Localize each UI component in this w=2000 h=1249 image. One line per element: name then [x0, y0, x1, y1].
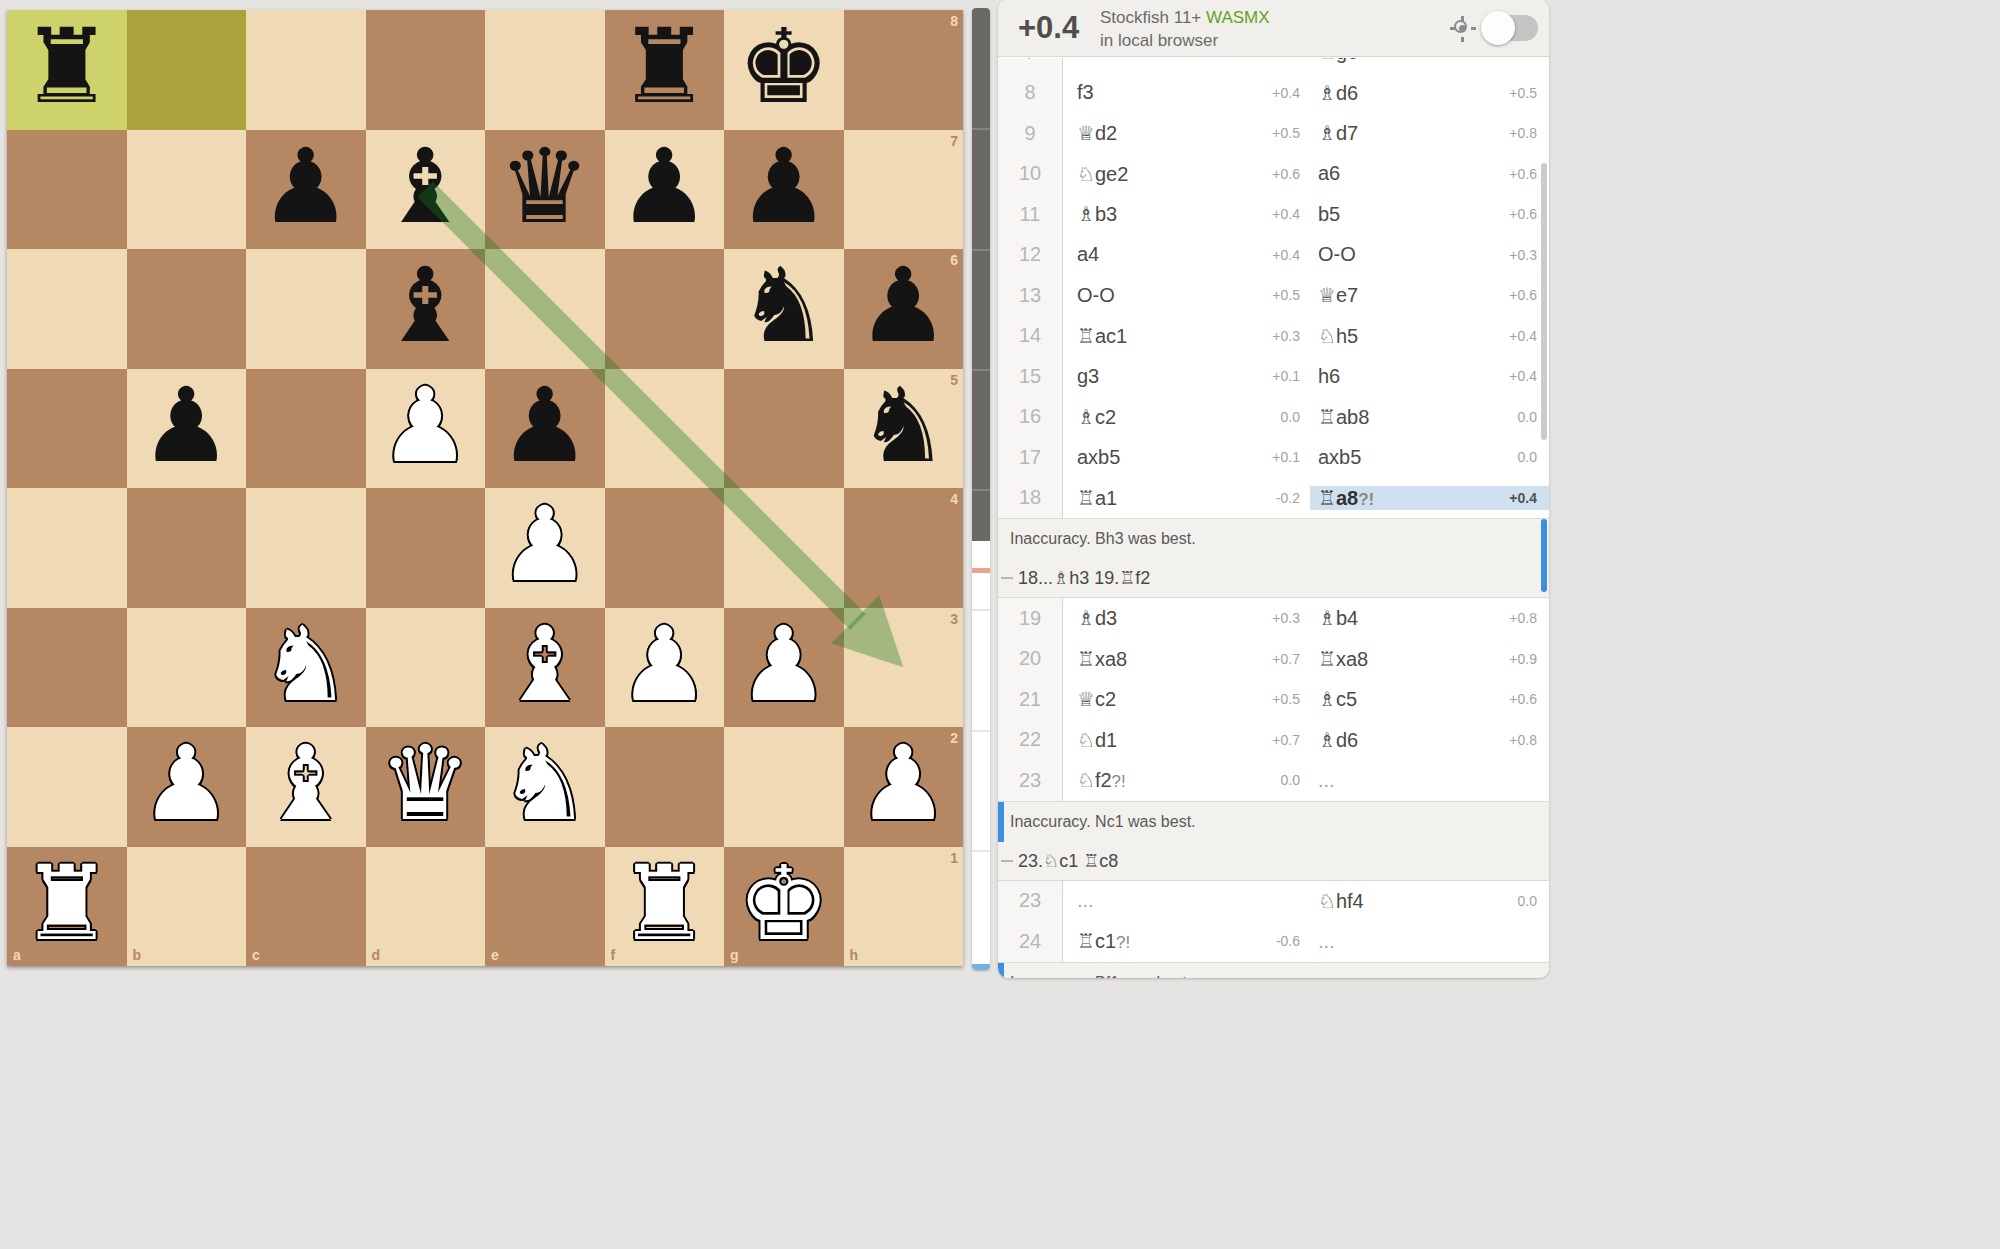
square-c3[interactable]: ♞	[246, 608, 366, 728]
move-row-21: 21♕c2+0.5♗c5+0.6	[998, 679, 1549, 720]
square-b7[interactable]	[127, 130, 247, 250]
black-move[interactable]: ♕e7	[1310, 283, 1358, 307]
gauge-tick	[972, 609, 990, 611]
square-e8[interactable]	[485, 10, 605, 130]
coord-rank-2: 2	[950, 730, 958, 746]
square-a7[interactable]	[7, 130, 127, 250]
square-g7[interactable]: ♟	[724, 130, 844, 250]
piece-white-P-e4[interactable]: ♟	[499, 485, 591, 604]
move-row-23: 23...♘hf40.0	[998, 881, 1549, 922]
comment-accent-bar	[998, 802, 1004, 842]
white-move[interactable]: axb5	[1063, 446, 1120, 469]
piece-white-R-a1[interactable]: ♜	[21, 844, 113, 963]
white-eval: +0.5	[1272, 125, 1310, 141]
nag-annotation: ?!	[1112, 772, 1126, 791]
white-move-cell[interactable]: O-O+0.5	[1063, 284, 1310, 307]
move-number: 11	[998, 194, 1063, 235]
move-row-8: 8f3+0.4♗d6+0.5	[998, 73, 1549, 114]
white-move-cell[interactable]: ♖a1-0.2	[1063, 486, 1310, 510]
white-move[interactable]: ♕d2	[1063, 121, 1117, 145]
white-move-cell[interactable]: ♗b3+0.4	[1063, 202, 1310, 226]
square-d7[interactable]: ♝	[366, 130, 486, 250]
white-move[interactable]: ♖ac1	[1063, 324, 1127, 348]
piece-black-R-f8[interactable]: ♜	[618, 7, 710, 126]
black-move[interactable]: ♘g6	[1310, 58, 1358, 64]
judgment-comment[interactable]: Inaccuracy. Bh3 was best.	[998, 519, 1549, 559]
move-number: 14	[998, 316, 1063, 357]
move-number: 8	[998, 73, 1063, 114]
gauge-tick	[972, 369, 990, 371]
piece-white-P-g3[interactable]: ♟	[738, 605, 830, 724]
white-move-cell[interactable]: f3+0.4	[1063, 81, 1310, 104]
square-h4[interactable]: 4	[844, 488, 964, 608]
variation-collapse-dash[interactable]	[1001, 860, 1013, 862]
square-f2[interactable]	[605, 727, 725, 847]
black-move-cell[interactable]: ♖ab80.0	[1310, 405, 1549, 429]
black-move-cell[interactable]: O-O+0.3	[1310, 243, 1549, 266]
white-eval: +0.5	[1272, 691, 1310, 707]
white-move[interactable]: g3	[1063, 365, 1099, 388]
engine-location: in local browser	[1100, 31, 1218, 51]
move-row-16: 16♗c20.0♖ab80.0	[998, 397, 1549, 438]
white-eval: 0.0	[1281, 409, 1310, 425]
move-number: 7	[998, 58, 1063, 73]
judgment-comment-block: Inaccuracy. Bh3 was best.18...♗h3 19.♖f2	[998, 518, 1549, 598]
square-d4[interactable]	[366, 488, 486, 608]
scrollbar-thumb[interactable]	[1541, 163, 1547, 440]
white-eval: 0.0	[1281, 772, 1310, 788]
square-b4[interactable]	[127, 488, 247, 608]
white-eval: +0.7	[1272, 732, 1310, 748]
black-move-cell[interactable]: ...	[1310, 930, 1549, 953]
coord-rank-4: 4	[950, 491, 958, 507]
white-move-cell[interactable]: ♕d2+0.5	[1063, 121, 1310, 145]
move-number: 24	[998, 921, 1063, 962]
move-number: 18	[998, 478, 1063, 519]
piece-black-R-a8[interactable]: ♜	[21, 7, 113, 126]
piece-black-N-h5[interactable]: ♞	[857, 366, 949, 485]
white-move[interactable]: ♗b3	[1063, 202, 1117, 226]
move-list: 7♘g68f3+0.4♗d6+0.59♕d2+0.5♗d7+0.810♘ge2+…	[998, 58, 1549, 978]
square-a6[interactable]	[7, 249, 127, 369]
black-move[interactable]: ♖ab8	[1310, 405, 1369, 429]
engine-toggle[interactable]	[1484, 15, 1538, 41]
white-eval: +0.4	[1272, 247, 1310, 263]
square-f8[interactable]: ♜	[605, 10, 725, 130]
square-e5[interactable]: ♟	[485, 369, 605, 489]
square-c6[interactable]	[246, 249, 366, 369]
square-b6[interactable]	[127, 249, 247, 369]
square-c1[interactable]: c	[246, 847, 366, 967]
white-eval: +0.5	[1272, 287, 1310, 303]
black-eval: +0.8	[1509, 125, 1537, 141]
square-f6[interactable]	[605, 249, 725, 369]
square-g5[interactable]	[724, 369, 844, 489]
black-move-cell[interactable]: ♗d7+0.8	[1310, 121, 1549, 145]
black-eval: +0.6	[1509, 287, 1537, 303]
piece-black-K-g8[interactable]: ♚	[738, 7, 830, 126]
square-a4[interactable]	[7, 488, 127, 608]
coord-rank-1: 1	[950, 850, 958, 866]
move-row-17: 17axb5+0.1axb50.0	[998, 437, 1549, 478]
square-c5[interactable]	[246, 369, 366, 489]
black-move-cell[interactable]: axb50.0	[1310, 446, 1549, 469]
square-f7[interactable]: ♟	[605, 130, 725, 250]
black-eval: +0.5	[1509, 85, 1537, 101]
black-move[interactable]: ...	[1310, 930, 1335, 953]
coord-rank-6: 6	[950, 252, 958, 268]
black-move-cell[interactable]: ...	[1310, 769, 1549, 792]
square-a1[interactable]: a♜	[7, 847, 127, 967]
move-row-24: 24♖c1?!-0.6...	[998, 921, 1549, 962]
square-f4[interactable]	[605, 488, 725, 608]
black-move-cell[interactable]: ♘hf40.0	[1310, 889, 1549, 913]
comment-accent-bar	[998, 963, 1004, 979]
piece-white-P-d5[interactable]: ♟	[379, 366, 471, 485]
piece-black-P-c7[interactable]: ♟	[260, 127, 352, 246]
black-move-cell[interactable]: ♘h5+0.4	[1310, 324, 1549, 348]
square-g6[interactable]: ♞	[724, 249, 844, 369]
square-f5[interactable]	[605, 369, 725, 489]
white-move-cell[interactable]: ♘d1+0.7	[1063, 728, 1310, 752]
scrollbar-current-indicator[interactable]	[1541, 519, 1547, 592]
move-row-7: 7♘g6	[998, 58, 1549, 73]
square-h8[interactable]: 8	[844, 10, 964, 130]
black-move-cell[interactable]: b5+0.6	[1310, 203, 1549, 226]
piece-black-Q-e7[interactable]: ♛	[499, 127, 591, 246]
toggle-knob[interactable]	[1481, 11, 1515, 45]
square-c8[interactable]	[246, 10, 366, 130]
white-move[interactable]: a4	[1063, 243, 1099, 266]
piece-black-P-f7[interactable]: ♟	[618, 127, 710, 246]
coord-file-e: e	[491, 947, 499, 963]
move-row-15: 15g3+0.1h6+0.4	[998, 356, 1549, 397]
comment-text: Inaccuracy. Bf1 was best.	[1010, 974, 1191, 979]
move-row-13: 13O-O+0.5♕e7+0.6	[998, 275, 1549, 316]
white-move[interactable]: ♘f2?!	[1063, 768, 1126, 792]
move-row-10: 10♘ge2+0.6a6+0.6	[998, 154, 1549, 195]
judgment-comment[interactable]: Inaccuracy. Nc1 was best.	[998, 802, 1549, 842]
square-b5[interactable]: ♟	[127, 369, 247, 489]
coord-file-b: b	[133, 947, 142, 963]
square-e2[interactable]: ♞	[485, 727, 605, 847]
square-b1[interactable]: b	[127, 847, 247, 967]
coord-rank-7: 7	[950, 133, 958, 149]
piece-white-B-e3[interactable]: ♝	[499, 605, 591, 724]
white-move[interactable]: ♘ge2	[1063, 162, 1128, 186]
white-move[interactable]: ♘d1	[1063, 728, 1117, 752]
square-b2[interactable]: ♟	[127, 727, 247, 847]
coord-file-f: f	[611, 947, 616, 963]
white-move[interactable]: ♖c1?!	[1063, 929, 1130, 953]
move-number: 15	[998, 356, 1063, 397]
move-row-22: 22♘d1+0.7♗d6+0.8	[998, 720, 1549, 761]
black-eval: 0.0	[1518, 893, 1537, 909]
white-move-cell[interactable]: ♕c2+0.5	[1063, 687, 1310, 711]
gauge-tick	[972, 128, 990, 130]
piece-black-P-h6[interactable]: ♟	[857, 246, 949, 365]
square-g4[interactable]	[724, 488, 844, 608]
square-g2[interactable]	[724, 727, 844, 847]
square-e3[interactable]: ♝	[485, 608, 605, 728]
piece-black-B-d7[interactable]: ♝	[379, 127, 471, 246]
square-g3[interactable]: ♟	[724, 608, 844, 728]
white-move-cell[interactable]: ...	[1063, 889, 1310, 912]
piece-black-N-g6[interactable]: ♞	[738, 246, 830, 365]
coord-rank-5: 5	[950, 372, 958, 388]
move-number: 23	[998, 881, 1063, 922]
square-d3[interactable]	[366, 608, 486, 728]
black-move-cell[interactable]: ♕e7+0.6	[1310, 283, 1549, 307]
square-e4[interactable]: ♟	[485, 488, 605, 608]
engine-name: Stockfish 11+ WASMX	[1100, 8, 1270, 28]
judgment-comment-block: Inaccuracy. Nc1 was best.23.♘c1 ♖c8	[998, 801, 1549, 881]
white-move-cell[interactable]: ♖c1?!-0.6	[1063, 929, 1310, 953]
move-number: 22	[998, 720, 1063, 761]
square-e1[interactable]: e	[485, 847, 605, 967]
move-row-9: 9♕d2+0.5♗d7+0.8	[998, 113, 1549, 154]
black-move-cell[interactable]: ♖xa8+0.9	[1310, 647, 1549, 671]
gauge-tick	[972, 730, 990, 732]
move-row-18: 18♖a1-0.2♖a8?!+0.4	[998, 478, 1549, 519]
piece-white-P-h2[interactable]: ♟	[857, 724, 949, 843]
black-eval: +0.8	[1509, 610, 1537, 626]
white-move-cell[interactable]: ♘ge2+0.6	[1063, 162, 1310, 186]
piece-black-B-d6[interactable]: ♝	[379, 246, 471, 365]
black-eval: +0.8	[1509, 732, 1537, 748]
square-d1[interactable]: d	[366, 847, 486, 967]
variation-moves[interactable]: 23.♘c1 ♖c8	[1018, 850, 1118, 872]
white-move-cell[interactable]: ♗d3+0.3	[1063, 606, 1310, 630]
move-number: 19	[998, 598, 1063, 639]
move-number: 20	[998, 639, 1063, 680]
white-eval: +0.7	[1272, 651, 1310, 667]
square-c7[interactable]: ♟	[246, 130, 366, 250]
piece-white-K-g1[interactable]: ♚	[738, 844, 830, 963]
black-move-cell[interactable]: ♗d6+0.8	[1310, 728, 1549, 752]
piece-white-P-b2[interactable]: ♟	[140, 724, 232, 843]
black-eval: +0.4	[1509, 490, 1537, 506]
square-h3[interactable]: 3	[844, 608, 964, 728]
comment-text: Inaccuracy. Bh3 was best.	[1010, 530, 1196, 548]
white-move[interactable]: f3	[1063, 81, 1094, 104]
black-move[interactable]: ♗d6	[1310, 728, 1358, 752]
black-move-cell[interactable]: a6+0.6	[1310, 162, 1549, 185]
coord-file-h: h	[850, 947, 859, 963]
square-a3[interactable]	[7, 608, 127, 728]
black-move[interactable]: b5	[1310, 203, 1340, 226]
square-h1[interactable]: h1	[844, 847, 964, 967]
gauge-tick	[972, 489, 990, 491]
black-move[interactable]: O-O	[1310, 243, 1356, 266]
square-b3[interactable]	[127, 608, 247, 728]
chess-board[interactable]: ♜♜♚8♟♝♛♟♟7♝♞6♟♟♟♟5♞♟4♞♝♟♟3♟♝♛♞2♟a♜bcdef♜…	[7, 10, 963, 966]
piece-white-B-c2[interactable]: ♝	[260, 724, 352, 843]
move-row-23: 23♘f2?!0.0...	[998, 760, 1549, 801]
move-number: 12	[998, 235, 1063, 276]
piece-white-P-f3[interactable]: ♟	[618, 605, 710, 724]
white-move-cell[interactable]: a4+0.4	[1063, 243, 1310, 266]
black-move-cell[interactable]: ♗c5+0.6	[1310, 687, 1549, 711]
variation-line[interactable]: 18...♗h3 19.♖f2	[998, 559, 1549, 597]
black-eval: 0.0	[1518, 449, 1537, 465]
comment-text: Inaccuracy. Nc1 was best.	[1010, 813, 1196, 831]
nag-annotation: ?!	[1358, 490, 1374, 509]
square-f1[interactable]: f♜	[605, 847, 725, 967]
piece-white-Q-d2[interactable]: ♛	[379, 724, 471, 843]
square-h7[interactable]: 7	[844, 130, 964, 250]
square-a8[interactable]: ♜	[7, 10, 127, 130]
black-eval: +0.4	[1509, 328, 1537, 344]
coord-file-c: c	[252, 947, 260, 963]
black-move-cell[interactable]: h6+0.4	[1310, 365, 1549, 388]
lichess-analysis-page: ♜♜♚8♟♝♛♟♟7♝♞6♟♟♟♟5♞♟4♞♝♟♟3♟♝♛♞2♟a♜bcdef♜…	[0, 0, 2000, 1249]
piece-black-P-b5[interactable]: ♟	[140, 366, 232, 485]
white-eval: +0.1	[1272, 449, 1310, 465]
white-eval: -0.6	[1276, 933, 1310, 949]
move-number: 9	[998, 113, 1063, 154]
analysis-panel: +0.4 Stockfish 11+ WASMX in local browse…	[998, 0, 1549, 978]
coord-file-g: g	[730, 947, 739, 963]
square-b8[interactable]	[127, 10, 247, 130]
variation-moves[interactable]: 18...♗h3 19.♖f2	[1018, 567, 1150, 589]
white-move-cell[interactable]: ♗c20.0	[1063, 405, 1310, 429]
black-move[interactable]: ♗d6	[1310, 81, 1358, 105]
move-number: 13	[998, 275, 1063, 316]
black-eval: 0.0	[1518, 409, 1537, 425]
gauge-tick	[972, 249, 990, 251]
white-eval: -0.2	[1276, 490, 1310, 506]
white-move-cell[interactable]: ♘f2?!0.0	[1063, 768, 1310, 792]
black-move[interactable]: a6	[1310, 162, 1340, 185]
white-eval: +0.4	[1272, 206, 1310, 222]
square-d6[interactable]: ♝	[366, 249, 486, 369]
white-move-cell[interactable]: ♖ac1+0.3	[1063, 324, 1310, 348]
white-move-cell[interactable]: g3+0.1	[1063, 365, 1310, 388]
square-h6[interactable]: 6♟	[844, 249, 964, 369]
nag-annotation: ?!	[1116, 933, 1130, 952]
black-move[interactable]: ♖xa8	[1310, 647, 1368, 671]
white-move[interactable]: ♖xa8	[1063, 647, 1127, 671]
variation-line[interactable]: 23.♘c1 ♖c8	[998, 842, 1549, 880]
white-move-cell[interactable]: ♖xa8+0.7	[1063, 647, 1310, 671]
engine-eval: +0.4	[1018, 10, 1079, 46]
move-row-19: 19♗d3+0.3♗b4+0.8	[998, 598, 1549, 639]
black-move-cell[interactable]: ♗b4+0.8	[1310, 606, 1549, 630]
square-e6[interactable]	[485, 249, 605, 369]
piece-white-N-e2[interactable]: ♞	[499, 724, 591, 843]
coord-file-a: a	[13, 947, 21, 963]
black-eval: +0.4	[1509, 368, 1537, 384]
move-row-12: 12a4+0.4O-O+0.3	[998, 235, 1549, 276]
black-eval: +0.6	[1509, 206, 1537, 222]
black-move[interactable]: axb5	[1310, 446, 1361, 469]
eval-gauge-marker	[972, 568, 990, 573]
black-move[interactable]: ♗b4	[1310, 606, 1358, 630]
target-icon[interactable]	[1450, 16, 1476, 42]
coord-rank-3: 3	[950, 611, 958, 627]
black-move-cell[interactable]: ♘g6	[1310, 58, 1549, 64]
move-row-14: 14♖ac1+0.3♘h5+0.4	[998, 316, 1549, 357]
white-move[interactable]: ♕c2	[1063, 687, 1116, 711]
square-f3[interactable]: ♟	[605, 608, 725, 728]
white-eval: +0.3	[1272, 328, 1310, 344]
coord-rank-8: 8	[950, 13, 958, 29]
white-move-cell[interactable]: axb5+0.1	[1063, 446, 1310, 469]
black-move[interactable]: ♗c5	[1310, 687, 1357, 711]
piece-black-P-e5[interactable]: ♟	[499, 366, 591, 485]
white-eval: +0.3	[1272, 610, 1310, 626]
black-move[interactable]: ♗d7	[1310, 121, 1358, 145]
move-number: 16	[998, 397, 1063, 438]
black-move-cell[interactable]: ♗d6+0.5	[1310, 81, 1549, 105]
black-move[interactable]: ♘hf4	[1310, 889, 1364, 913]
eval-gauge-bottom-tick	[972, 964, 990, 970]
square-e7[interactable]: ♛	[485, 130, 605, 250]
black-move[interactable]: ♘h5	[1310, 324, 1358, 348]
white-move[interactable]: ♖a1	[1063, 486, 1117, 510]
white-eval: +0.6	[1272, 166, 1310, 182]
square-h5[interactable]: 5♞	[844, 369, 964, 489]
judgment-comment-block: Inaccuracy. Bf1 was best.	[998, 962, 1549, 979]
black-eval: +0.3	[1509, 247, 1537, 263]
white-move[interactable]: ♗d3	[1063, 606, 1117, 630]
engine-header: +0.4 Stockfish 11+ WASMX in local browse…	[998, 0, 1549, 57]
white-move[interactable]: O-O	[1063, 284, 1115, 307]
piece-black-P-g7[interactable]: ♟	[738, 127, 830, 246]
piece-white-R-f1[interactable]: ♜	[618, 844, 710, 963]
white-eval: +0.1	[1272, 368, 1310, 384]
square-h2[interactable]: 2♟	[844, 727, 964, 847]
move-row-20: 20♖xa8+0.7♖xa8+0.9	[998, 639, 1549, 680]
move-number: 21	[998, 679, 1063, 720]
white-move[interactable]: ♗c2	[1063, 405, 1116, 429]
square-d2[interactable]: ♛	[366, 727, 486, 847]
square-c4[interactable]	[246, 488, 366, 608]
black-eval: +0.9	[1509, 651, 1537, 667]
black-move[interactable]: h6	[1310, 365, 1340, 388]
move-number: 10	[998, 154, 1063, 195]
square-g8[interactable]: ♚	[724, 10, 844, 130]
square-c2[interactable]: ♝	[246, 727, 366, 847]
white-eval: +0.4	[1272, 85, 1310, 101]
eval-gauge	[972, 8, 990, 970]
black-move[interactable]: ...	[1310, 769, 1335, 792]
move-row-11: 11♗b3+0.4b5+0.6	[998, 194, 1549, 235]
square-a5[interactable]	[7, 369, 127, 489]
piece-white-N-c3[interactable]: ♞	[260, 605, 352, 724]
judgment-comment[interactable]: Inaccuracy. Bf1 was best.	[998, 963, 1549, 979]
variation-collapse-dash[interactable]	[1001, 577, 1013, 579]
eval-gauge-black-share	[972, 8, 990, 541]
move-number: 23	[998, 760, 1063, 801]
black-move[interactable]: ♖a8?!	[1310, 486, 1374, 510]
square-g1[interactable]: g♚	[724, 847, 844, 967]
move-number: 17	[998, 437, 1063, 478]
square-d8[interactable]	[366, 10, 486, 130]
black-move-cell-current[interactable]: ♖a8?!+0.4	[1310, 486, 1549, 510]
white-move[interactable]: ...	[1063, 889, 1094, 912]
square-a2[interactable]	[7, 727, 127, 847]
coord-file-d: d	[372, 947, 381, 963]
black-eval: +0.6	[1509, 166, 1537, 182]
gauge-tick	[972, 850, 990, 852]
engine-tag: WASMX	[1206, 8, 1270, 27]
black-eval: +0.6	[1509, 691, 1537, 707]
square-d5[interactable]: ♟	[366, 369, 486, 489]
